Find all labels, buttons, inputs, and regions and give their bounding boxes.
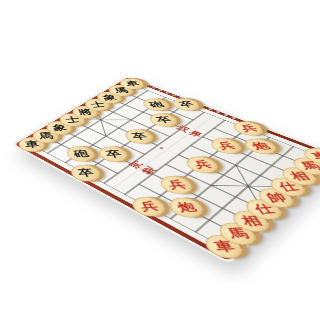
piece-character: 砲 bbox=[72, 149, 90, 158]
piece-character: 炮 bbox=[175, 202, 198, 214]
piece-character: 兵 bbox=[215, 141, 236, 150]
piece-character: 卒 bbox=[104, 149, 123, 158]
piece-character: 卒 bbox=[154, 116, 172, 124]
piece-character: 炮 bbox=[249, 141, 271, 150]
piece-character: 兵 bbox=[191, 160, 212, 170]
piece-character: 兵 bbox=[138, 201, 160, 213]
product-photo-scene: 楚河 汉界 ❖ 45X16 ｜电话｜23510628 766026 ✿✿✿✿✿✿… bbox=[0, 0, 320, 320]
piece-character: 卒 bbox=[130, 132, 148, 141]
piece-character: 兵 bbox=[238, 124, 259, 133]
board-mat: 楚河 汉界 ❖ 45X16 ｜电话｜23510628 766026 ✿✿✿✿✿✿… bbox=[12, 76, 320, 263]
piece-character: 卒 bbox=[177, 101, 195, 109]
piece-character: 車 bbox=[124, 80, 140, 87]
piece-character: 兵 bbox=[166, 179, 188, 190]
piece-character: 砲 bbox=[147, 101, 164, 109]
piece-character: 卒 bbox=[76, 168, 95, 178]
piece-character: 車 bbox=[309, 151, 320, 161]
